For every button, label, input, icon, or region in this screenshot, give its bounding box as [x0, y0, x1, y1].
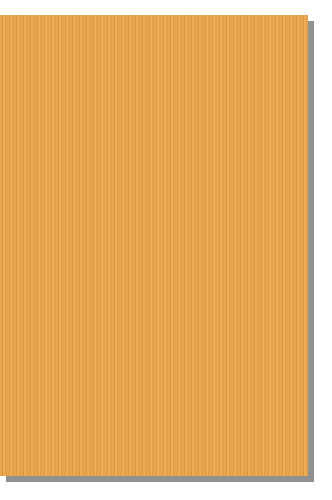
board-grid[interactable] [0, 21, 306, 471]
go-diagram-page [0, 0, 332, 500]
